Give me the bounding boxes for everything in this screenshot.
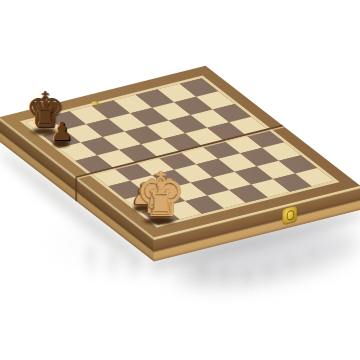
brass-clasp-icon xyxy=(282,206,296,225)
reflection-streak xyxy=(241,268,254,290)
hinge-seam-side xyxy=(75,176,77,201)
reflection-streak xyxy=(263,263,275,285)
reflection-streak xyxy=(196,262,210,288)
piece-black-pawn-a7[interactable]: ♟ xyxy=(50,120,72,145)
reflection-streak xyxy=(308,249,318,267)
reflection-streak xyxy=(287,256,298,276)
reflection-streak xyxy=(107,252,119,282)
piece-shadow xyxy=(149,219,171,224)
reflection-streak xyxy=(128,257,139,283)
piece-white-rook-a1[interactable]: ♜ xyxy=(144,186,176,222)
reflection-streak xyxy=(219,266,231,290)
reflection-streak xyxy=(151,259,164,283)
piece-shadow xyxy=(53,142,68,147)
product-photo: ♜♞♝♛♚♝♞♜♟♟♟♟♟♟♟♟♟♟♟♟♟♟♟♟♜♞♝♛♚♝♞♜ xyxy=(0,0,360,360)
reflection-streak xyxy=(86,246,96,280)
